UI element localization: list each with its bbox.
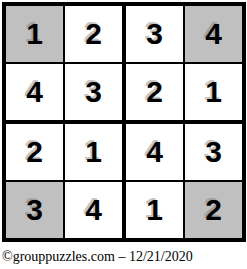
cell-r4c2: 4 (65, 182, 122, 238)
cell-r4c3: 1 (126, 182, 183, 238)
cell-r2c4: 1 (185, 64, 242, 120)
cell-r2c3: 2 (126, 64, 183, 120)
cell-r3c2: 1 (65, 124, 122, 180)
cell-r2c2: 3 (65, 64, 122, 120)
cell-r4c4: 2 (185, 182, 242, 238)
cell-r2c1: 4 (6, 64, 63, 120)
cell-r1c1: 1 (6, 6, 63, 62)
cell-r3c3: 4 (126, 124, 183, 180)
cell-r3c4: 3 (185, 124, 242, 180)
cell-r4c1: 3 (6, 182, 63, 238)
copyright-footer: ©grouppuzzles.com – 12/21/2020 (2, 249, 193, 265)
cell-r1c2: 2 (65, 6, 122, 62)
cell-r1c3: 3 (126, 6, 183, 62)
cell-r1c4: 4 (185, 6, 242, 62)
sudoku-board: 1234432121433412 (2, 2, 246, 242)
sudoku-puzzle-page: 1234432121433412 ©grouppuzzles.com – 12/… (0, 0, 247, 269)
cell-r3c1: 2 (6, 124, 63, 180)
